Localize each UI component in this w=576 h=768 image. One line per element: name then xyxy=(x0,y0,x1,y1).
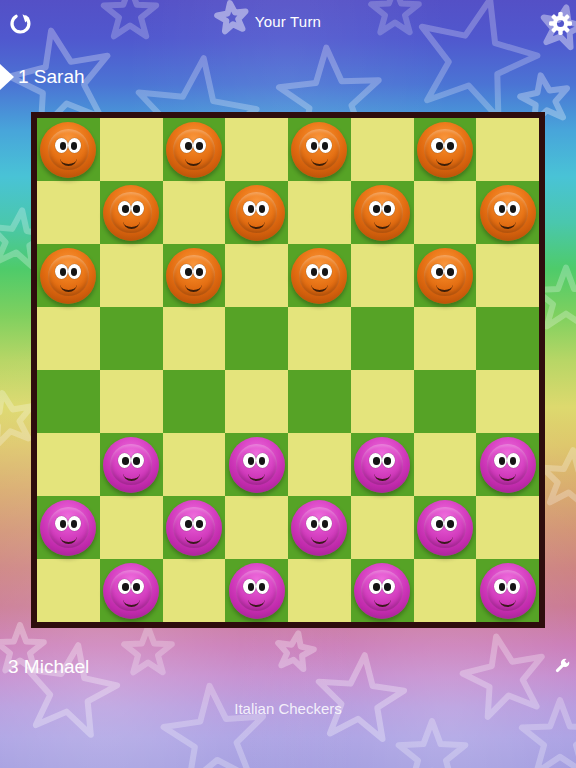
piece-eye xyxy=(507,579,520,594)
piece-pupil xyxy=(510,205,517,213)
piece-pupil xyxy=(436,520,443,528)
board-square[interactable] xyxy=(476,181,539,244)
turn-status-text: Your Turn xyxy=(0,13,576,30)
piece-eye xyxy=(319,264,332,279)
piece-smile xyxy=(311,281,328,292)
board-square[interactable] xyxy=(163,370,226,433)
piece-pupil xyxy=(447,520,454,528)
piece-eye xyxy=(131,579,144,594)
piece-pupil xyxy=(259,457,266,465)
piece-pupil xyxy=(311,142,318,150)
piece-pupil xyxy=(373,583,380,591)
piece-smile xyxy=(60,281,77,292)
piece-eye xyxy=(180,138,193,153)
board-square[interactable] xyxy=(476,559,539,622)
board-square[interactable] xyxy=(100,496,163,559)
board-square[interactable] xyxy=(100,370,163,433)
piece-smile xyxy=(123,470,140,481)
piece-eye xyxy=(494,201,507,216)
piece-pupil xyxy=(499,457,506,465)
piece-pupil xyxy=(248,205,255,213)
piece-eye xyxy=(319,516,332,531)
piece-eye xyxy=(382,579,395,594)
board-square[interactable] xyxy=(100,433,163,496)
piece-eye xyxy=(68,264,81,279)
piece-eye xyxy=(431,516,444,531)
piece-pupil xyxy=(384,583,391,591)
board-square[interactable] xyxy=(414,118,477,181)
piece-smile xyxy=(499,596,516,607)
board-square[interactable] xyxy=(414,244,477,307)
checker-piece-orange[interactable] xyxy=(291,248,347,304)
piece-pupil xyxy=(510,457,517,465)
piece-eye xyxy=(193,138,206,153)
board-square[interactable] xyxy=(37,118,100,181)
piece-eye xyxy=(193,516,206,531)
board-square[interactable] xyxy=(351,181,414,244)
tools-button[interactable] xyxy=(552,656,572,676)
board-square[interactable] xyxy=(288,181,351,244)
player-bottom-row: 3 Michael xyxy=(8,656,89,678)
piece-pupil xyxy=(122,457,129,465)
board-square[interactable] xyxy=(225,370,288,433)
piece-eye xyxy=(243,453,256,468)
piece-pupil xyxy=(436,268,443,276)
piece-pupil xyxy=(436,142,443,150)
piece-eye xyxy=(369,201,382,216)
piece-pupil xyxy=(510,583,517,591)
piece-smile xyxy=(60,155,77,166)
board-square[interactable] xyxy=(225,181,288,244)
checker-piece-orange[interactable] xyxy=(354,185,410,241)
board-square[interactable] xyxy=(37,370,100,433)
board-square[interactable] xyxy=(100,244,163,307)
piece-eye xyxy=(55,138,68,153)
piece-pupil xyxy=(499,583,506,591)
piece-eye xyxy=(306,516,319,531)
active-turn-indicator xyxy=(0,64,14,90)
piece-eye xyxy=(494,579,507,594)
piece-pupil xyxy=(196,268,203,276)
piece-pupil xyxy=(60,142,67,150)
checker-piece-magenta[interactable] xyxy=(417,500,473,556)
piece-pupil xyxy=(373,205,380,213)
board-square[interactable] xyxy=(476,370,539,433)
board-square[interactable] xyxy=(225,118,288,181)
piece-pupil xyxy=(259,583,266,591)
checker-piece-orange[interactable] xyxy=(291,122,347,178)
piece-pupil xyxy=(185,520,192,528)
board-square[interactable] xyxy=(414,370,477,433)
piece-pupil xyxy=(71,142,78,150)
checker-piece-orange[interactable] xyxy=(417,248,473,304)
piece-smile xyxy=(311,155,328,166)
piece-eye xyxy=(118,201,131,216)
piece-smile xyxy=(60,533,77,544)
piece-pupil xyxy=(447,268,454,276)
board-square[interactable] xyxy=(163,433,226,496)
checker-piece-magenta[interactable] xyxy=(40,500,96,556)
board-square[interactable] xyxy=(163,181,226,244)
board-square[interactable] xyxy=(288,370,351,433)
piece-pupil xyxy=(133,583,140,591)
board-square[interactable] xyxy=(163,496,226,559)
checker-piece-magenta[interactable] xyxy=(354,563,410,619)
board-square[interactable] xyxy=(351,433,414,496)
piece-eye xyxy=(382,453,395,468)
checker-piece-magenta[interactable] xyxy=(229,437,285,493)
board-square[interactable] xyxy=(414,307,477,370)
board-square[interactable] xyxy=(414,181,477,244)
piece-smile xyxy=(436,281,453,292)
player-top-row: 1 Sarah xyxy=(0,64,85,90)
player-label-bottom: 3 Michael xyxy=(8,656,89,678)
board-square[interactable] xyxy=(225,496,288,559)
piece-eye xyxy=(68,516,81,531)
board-square[interactable] xyxy=(351,496,414,559)
board-square[interactable] xyxy=(37,244,100,307)
piece-eye xyxy=(306,138,319,153)
piece-eye xyxy=(118,453,131,468)
board-square[interactable] xyxy=(351,307,414,370)
piece-pupil xyxy=(373,457,380,465)
piece-eye xyxy=(68,138,81,153)
piece-pupil xyxy=(185,142,192,150)
piece-eye xyxy=(507,453,520,468)
piece-pupil xyxy=(248,457,255,465)
piece-pupil xyxy=(384,205,391,213)
board-square[interactable] xyxy=(351,370,414,433)
piece-pupil xyxy=(311,520,318,528)
piece-smile xyxy=(499,218,516,229)
piece-eye xyxy=(444,264,457,279)
board-square[interactable] xyxy=(476,244,539,307)
piece-pupil xyxy=(185,268,192,276)
board-square[interactable] xyxy=(414,433,477,496)
piece-pupil xyxy=(499,205,506,213)
checker-piece-orange[interactable] xyxy=(40,248,96,304)
board-square[interactable] xyxy=(351,244,414,307)
board-square[interactable] xyxy=(225,559,288,622)
board-square[interactable] xyxy=(288,559,351,622)
board-square[interactable] xyxy=(37,559,100,622)
checker-piece-magenta[interactable] xyxy=(103,563,159,619)
piece-smile xyxy=(374,596,391,607)
piece-pupil xyxy=(311,268,318,276)
board-square[interactable] xyxy=(100,559,163,622)
checker-piece-orange[interactable] xyxy=(166,248,222,304)
board-square[interactable] xyxy=(100,181,163,244)
piece-eye xyxy=(180,264,193,279)
board-square[interactable] xyxy=(288,496,351,559)
piece-pupil xyxy=(322,142,329,150)
board-square[interactable] xyxy=(163,118,226,181)
board-square[interactable] xyxy=(37,496,100,559)
piece-pupil xyxy=(133,457,140,465)
board-square[interactable] xyxy=(476,496,539,559)
piece-eye xyxy=(369,579,382,594)
piece-pupil xyxy=(196,142,203,150)
board-square[interactable] xyxy=(351,559,414,622)
piece-eye xyxy=(131,201,144,216)
settings-button[interactable] xyxy=(547,11,573,37)
board-square[interactable] xyxy=(225,244,288,307)
piece-pupil xyxy=(60,520,67,528)
piece-smile xyxy=(248,470,265,481)
checker-piece-magenta[interactable] xyxy=(480,563,536,619)
checker-piece-magenta[interactable] xyxy=(103,437,159,493)
piece-eye xyxy=(382,201,395,216)
piece-eye xyxy=(319,138,332,153)
board-square[interactable] xyxy=(476,307,539,370)
piece-pupil xyxy=(322,520,329,528)
board-square[interactable] xyxy=(414,559,477,622)
piece-eye xyxy=(243,201,256,216)
checker-piece-orange[interactable] xyxy=(40,122,96,178)
checker-piece-magenta[interactable] xyxy=(291,500,347,556)
piece-eye xyxy=(131,453,144,468)
board-square[interactable] xyxy=(225,307,288,370)
board-square[interactable] xyxy=(37,307,100,370)
board-square[interactable] xyxy=(288,433,351,496)
checker-piece-orange[interactable] xyxy=(103,185,159,241)
piece-smile xyxy=(374,218,391,229)
board-square[interactable] xyxy=(163,244,226,307)
piece-pupil xyxy=(71,520,78,528)
piece-eye xyxy=(444,516,457,531)
board-square[interactable] xyxy=(163,307,226,370)
board-square[interactable] xyxy=(351,118,414,181)
piece-pupil xyxy=(196,520,203,528)
piece-eye xyxy=(431,138,444,153)
piece-eye xyxy=(180,516,193,531)
piece-pupil xyxy=(248,583,255,591)
piece-eye xyxy=(256,453,269,468)
piece-smile xyxy=(499,470,516,481)
piece-eye xyxy=(243,579,256,594)
piece-pupil xyxy=(259,205,266,213)
checker-piece-orange[interactable] xyxy=(480,185,536,241)
piece-smile xyxy=(436,533,453,544)
piece-smile xyxy=(248,218,265,229)
checker-piece-orange[interactable] xyxy=(229,185,285,241)
checker-piece-magenta[interactable] xyxy=(354,437,410,493)
checker-piece-magenta[interactable] xyxy=(480,437,536,493)
board-square[interactable] xyxy=(37,433,100,496)
piece-eye xyxy=(369,453,382,468)
piece-pupil xyxy=(384,457,391,465)
piece-smile xyxy=(436,155,453,166)
piece-eye xyxy=(55,264,68,279)
board-square[interactable] xyxy=(163,559,226,622)
piece-pupil xyxy=(122,583,129,591)
board-square[interactable] xyxy=(414,496,477,559)
piece-smile xyxy=(123,218,140,229)
board-square[interactable] xyxy=(100,307,163,370)
wrench-icon xyxy=(552,656,572,676)
piece-eye xyxy=(55,516,68,531)
top-bar: Your Turn xyxy=(0,0,576,48)
board-square[interactable] xyxy=(476,433,539,496)
piece-smile xyxy=(185,155,202,166)
checker-piece-magenta[interactable] xyxy=(229,563,285,619)
piece-eye xyxy=(507,201,520,216)
piece-eye xyxy=(256,201,269,216)
game-title: Italian Checkers xyxy=(0,700,576,717)
piece-pupil xyxy=(133,205,140,213)
piece-smile xyxy=(185,533,202,544)
piece-smile xyxy=(374,470,391,481)
piece-eye xyxy=(193,264,206,279)
board-square[interactable] xyxy=(288,118,351,181)
board-square[interactable] xyxy=(225,433,288,496)
piece-smile xyxy=(185,281,202,292)
board-square[interactable] xyxy=(288,307,351,370)
piece-eye xyxy=(306,264,319,279)
checker-piece-orange[interactable] xyxy=(166,122,222,178)
board-square[interactable] xyxy=(37,181,100,244)
board-square[interactable] xyxy=(288,244,351,307)
piece-smile xyxy=(123,596,140,607)
piece-eye xyxy=(494,453,507,468)
player-label-top: 1 Sarah xyxy=(18,66,85,88)
checker-piece-orange[interactable] xyxy=(417,122,473,178)
piece-smile xyxy=(248,596,265,607)
piece-smile xyxy=(311,533,328,544)
checker-piece-magenta[interactable] xyxy=(166,500,222,556)
piece-pupil xyxy=(322,268,329,276)
gear-icon xyxy=(548,11,573,36)
board-square[interactable] xyxy=(100,118,163,181)
piece-pupil xyxy=(122,205,129,213)
piece-eye xyxy=(444,138,457,153)
piece-pupil xyxy=(447,142,454,150)
checkers-board[interactable] xyxy=(31,112,545,628)
piece-eye xyxy=(118,579,131,594)
piece-pupil xyxy=(71,268,78,276)
piece-eye xyxy=(256,579,269,594)
board-square[interactable] xyxy=(476,118,539,181)
piece-pupil xyxy=(60,268,67,276)
piece-eye xyxy=(431,264,444,279)
